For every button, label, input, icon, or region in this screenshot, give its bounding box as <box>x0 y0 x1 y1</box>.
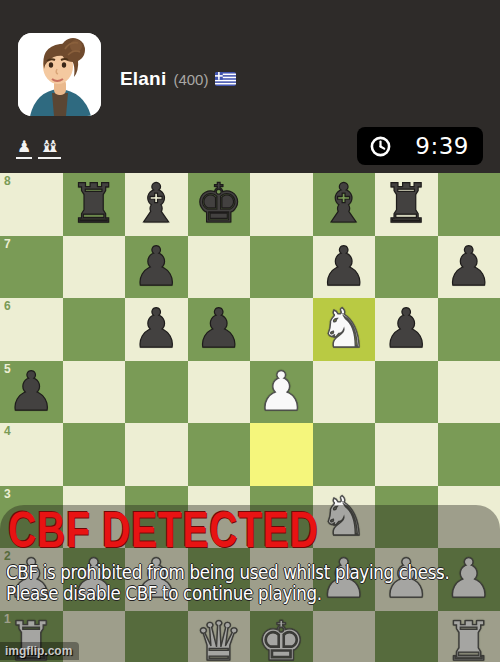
white-pawn-e5[interactable]: ♟ <box>257 361 305 423</box>
square-h8[interactable] <box>438 173 500 236</box>
rank-label-5: 5 <box>4 362 11 376</box>
square-b4[interactable] <box>63 423 126 486</box>
square-g4[interactable] <box>375 423 438 486</box>
clock-icon <box>370 136 391 157</box>
square-e5[interactable]: ♟ <box>250 361 313 424</box>
square-h6[interactable] <box>438 298 500 361</box>
rank-label-7: 7 <box>4 237 11 251</box>
black-bishop-f8[interactable]: ♝ <box>320 173 368 235</box>
square-f7[interactable]: ♟ <box>313 236 376 299</box>
square-h4[interactable] <box>438 423 500 486</box>
square-b7[interactable] <box>63 236 126 299</box>
black-pawn-f7[interactable]: ♟ <box>320 236 368 298</box>
white-knight-f6[interactable]: ♞ <box>320 298 368 360</box>
square-e4[interactable] <box>250 423 313 486</box>
square-a7[interactable]: 7 <box>0 236 63 299</box>
black-pawn-g6[interactable]: ♟ <box>382 298 430 360</box>
meme-title-text: CBF DETECTED <box>8 504 319 556</box>
square-c8[interactable]: ♝ <box>125 173 188 236</box>
captured-pieces-tray: ♟ ♝♝ <box>16 138 61 159</box>
player-avatar[interactable] <box>18 33 101 116</box>
square-c5[interactable] <box>125 361 188 424</box>
rank-label-3: 3 <box>4 487 11 501</box>
square-g6[interactable]: ♟ <box>375 298 438 361</box>
imgflip-watermark: imgflip.com <box>0 642 79 660</box>
captured-bishops-icon: ♝♝ <box>38 138 61 159</box>
square-f4[interactable] <box>313 423 376 486</box>
square-d5[interactable] <box>188 361 251 424</box>
rank-label-8: 8 <box>4 174 11 188</box>
black-pawn-c6[interactable]: ♟ <box>132 298 180 360</box>
black-bishop-c8[interactable]: ♝ <box>132 173 180 235</box>
square-f5[interactable] <box>313 361 376 424</box>
square-h5[interactable] <box>438 361 500 424</box>
player-clock: 9:39 <box>357 127 483 165</box>
square-b5[interactable] <box>63 361 126 424</box>
square-g8[interactable]: ♜ <box>375 173 438 236</box>
greek-flag-icon <box>215 72 236 86</box>
black-pawn-a5[interactable]: ♟ <box>7 361 55 423</box>
square-g7[interactable] <box>375 236 438 299</box>
player-info-bar: Elani (400) ♟ ♝♝ <box>0 0 500 173</box>
square-c4[interactable] <box>125 423 188 486</box>
square-c7[interactable]: ♟ <box>125 236 188 299</box>
avatar-illustration <box>18 33 101 116</box>
caption-line-2: Please disable CBF to continue playing. <box>6 583 449 604</box>
black-pawn-h7[interactable]: ♟ <box>445 236 493 298</box>
black-rook-g8[interactable]: ♜ <box>382 173 430 235</box>
captured-pawn-icon: ♟ <box>16 138 32 159</box>
square-e8[interactable] <box>250 173 313 236</box>
square-a5[interactable]: 5♟ <box>0 361 63 424</box>
black-pawn-c7[interactable]: ♟ <box>132 236 180 298</box>
player-name-row: Elani (400) <box>120 68 236 90</box>
square-c6[interactable]: ♟ <box>125 298 188 361</box>
square-d8[interactable]: ♚ <box>188 173 251 236</box>
chess-app-screen: Elani (400) ♟ ♝♝ <box>0 0 500 662</box>
meme-caption-text: CBF is prohibited from being used whilst… <box>6 562 449 604</box>
black-pawn-d6[interactable]: ♟ <box>195 298 243 360</box>
square-a6[interactable]: 6 <box>0 298 63 361</box>
square-f8[interactable]: ♝ <box>313 173 376 236</box>
player-rating: (400) <box>173 71 208 88</box>
square-d7[interactable] <box>188 236 251 299</box>
player-name: Elani <box>120 68 166 90</box>
square-a8[interactable]: 8 <box>0 173 63 236</box>
rank-label-6: 6 <box>4 299 11 313</box>
square-a4[interactable]: 4 <box>0 423 63 486</box>
square-b6[interactable] <box>63 298 126 361</box>
square-e7[interactable] <box>250 236 313 299</box>
caption-line-1: CBF is prohibited from being used whilst… <box>6 562 449 583</box>
square-b8[interactable]: ♜ <box>63 173 126 236</box>
clock-time: 9:39 <box>415 133 469 159</box>
black-rook-b8[interactable]: ♜ <box>70 173 118 235</box>
square-h7[interactable]: ♟ <box>438 236 500 299</box>
square-d6[interactable]: ♟ <box>188 298 251 361</box>
square-f6[interactable]: ♞ <box>313 298 376 361</box>
black-king-d8[interactable]: ♚ <box>195 173 243 235</box>
rank-label-4: 4 <box>4 424 11 438</box>
square-e6[interactable] <box>250 298 313 361</box>
square-d4[interactable] <box>188 423 251 486</box>
square-g5[interactable] <box>375 361 438 424</box>
